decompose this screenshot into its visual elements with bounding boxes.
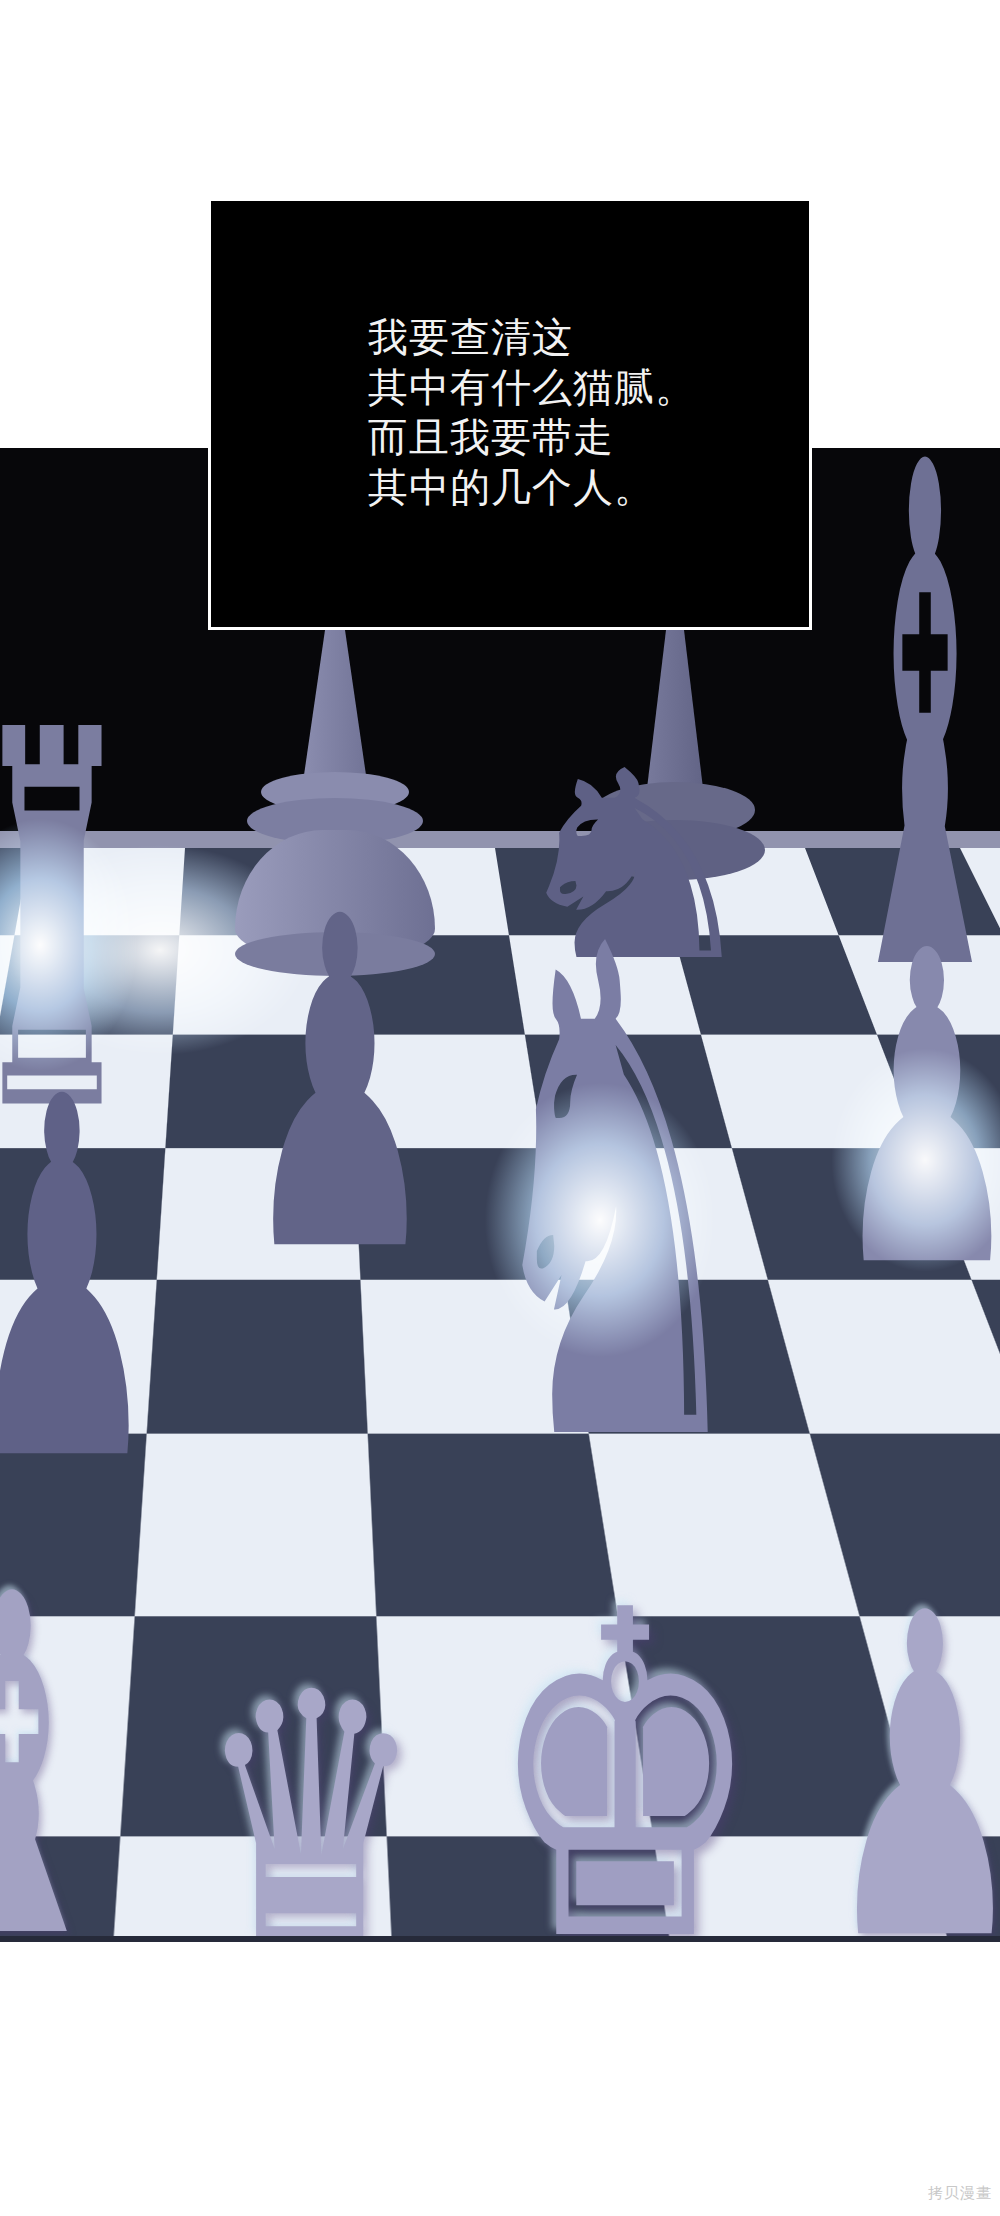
pawn-piece: ♟ xyxy=(0,1035,162,1530)
bishop-piece: ♝ xyxy=(0,1535,117,1938)
narration-box: 我要查清这 其中有什么猫腻。 而且我要带走 其中的几个人。 xyxy=(208,198,812,630)
board-front-edge xyxy=(0,1936,1000,1942)
narration-line: 我要查清这 xyxy=(368,313,789,363)
pawn-piece: ♟ xyxy=(823,1557,1000,1938)
king-piece: ♚ xyxy=(488,1553,762,1938)
knight-piece-glowing: ♞ xyxy=(470,861,760,1536)
narration-line: 其中有什么猫腻。 xyxy=(368,363,789,413)
queen-piece: ♛ xyxy=(197,1648,426,1938)
narration-line: 而且我要带走 xyxy=(368,413,789,463)
pawn-piece: ♟ xyxy=(240,859,440,1314)
comic-panel: ♜ ♞ ♝ ♟ ♟ ♞ ♟ ♝ ♛ ♚ ♟ 我要查清这 其中有什么猫腻。 而且我… xyxy=(0,0,1000,2216)
watermark: 拷贝漫畫 xyxy=(928,2184,992,2203)
narration-line: 其中的几个人。 xyxy=(368,463,789,513)
piece-neck xyxy=(285,630,385,782)
pawn-piece-glowing: ♟ xyxy=(831,896,1000,1326)
